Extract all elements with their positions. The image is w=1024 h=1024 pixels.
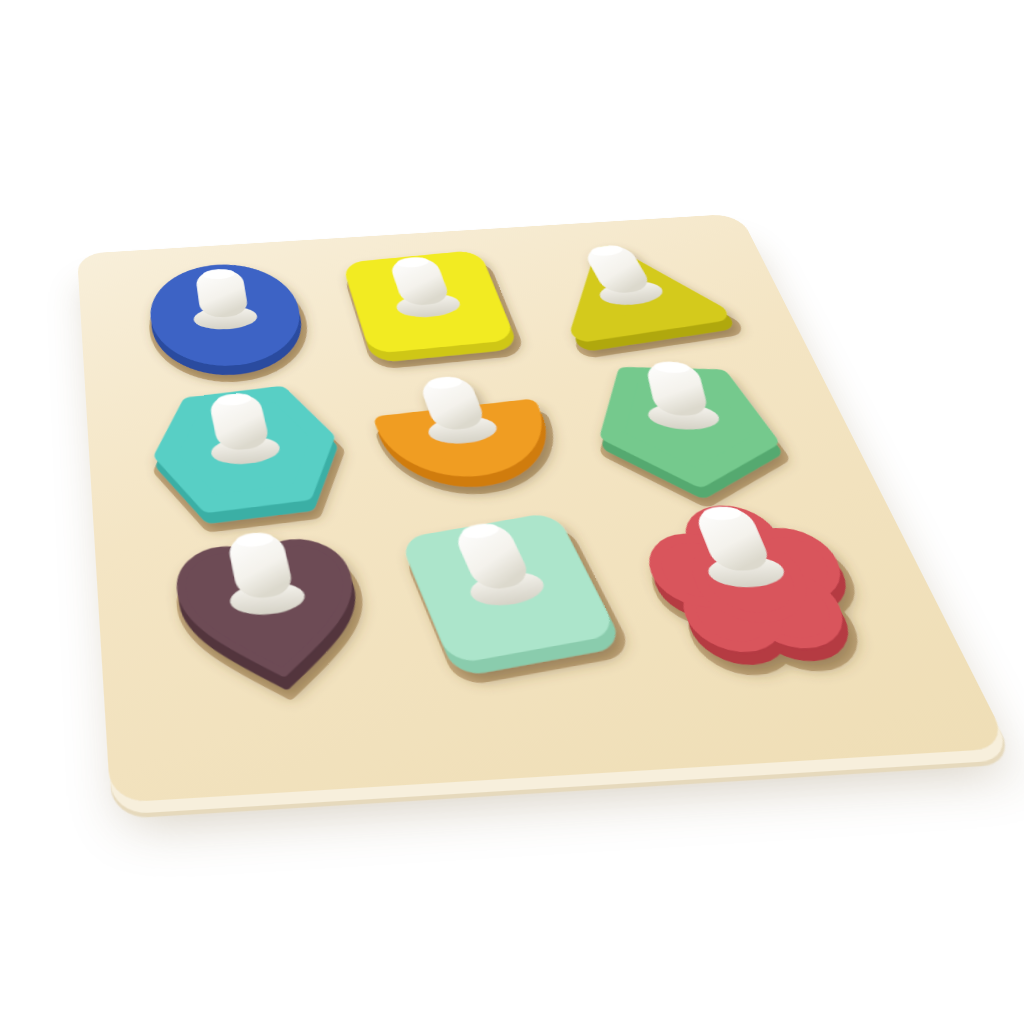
piece-olive-triangle[interactable]	[516, 226, 755, 367]
piece-blue-circle[interactable]	[131, 255, 327, 387]
piece-yellow-square[interactable]	[323, 241, 542, 378]
product-photo	[0, 0, 1024, 1024]
slot-r1c1	[119, 254, 341, 389]
piece-teal-hexagon[interactable]	[139, 374, 362, 535]
piece-red-flower[interactable]	[615, 493, 894, 673]
puzzle-board	[77, 214, 1010, 804]
slot-r2c1	[130, 376, 372, 533]
puzzle-grid	[77, 214, 1010, 804]
piece-orange-semicircle[interactable]	[349, 361, 592, 523]
slot-r1c3	[510, 230, 763, 363]
piece-brown-heart[interactable]	[152, 517, 397, 707]
slot-r3c1	[143, 519, 409, 705]
piece-green-pentagon[interactable]	[574, 355, 806, 501]
slot-r2c3	[552, 350, 830, 505]
